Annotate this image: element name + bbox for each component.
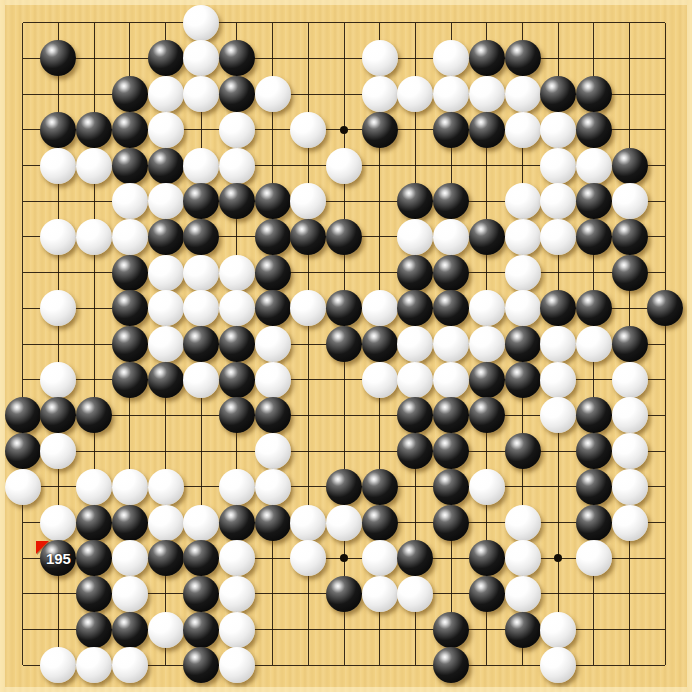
black-stone — [112, 255, 148, 291]
white-stone — [219, 255, 255, 291]
white-stone — [505, 290, 541, 326]
black-stone — [219, 183, 255, 219]
black-stone — [183, 183, 219, 219]
black-stone — [148, 219, 184, 255]
white-stone — [40, 148, 76, 184]
white-stone — [148, 255, 184, 291]
white-stone — [576, 326, 612, 362]
white-stone — [219, 540, 255, 576]
white-stone — [183, 76, 219, 112]
white-stone — [112, 219, 148, 255]
black-stone — [183, 576, 219, 612]
black-stone — [469, 112, 505, 148]
black-stone — [576, 505, 612, 541]
black-stone — [505, 326, 541, 362]
white-stone — [362, 40, 398, 76]
white-stone — [183, 505, 219, 541]
white-stone — [219, 290, 255, 326]
white-stone — [183, 5, 219, 41]
grid-line-horizontal — [23, 451, 666, 452]
white-stone — [540, 148, 576, 184]
white-stone — [183, 290, 219, 326]
white-stone — [540, 112, 576, 148]
white-stone — [148, 469, 184, 505]
black-stone — [40, 40, 76, 76]
white-stone — [505, 540, 541, 576]
white-stone — [540, 219, 576, 255]
black-stone — [112, 76, 148, 112]
white-stone — [397, 362, 433, 398]
black-stone — [576, 397, 612, 433]
black-stone — [505, 362, 541, 398]
white-stone — [40, 647, 76, 683]
black-stone — [5, 433, 41, 469]
black-stone — [433, 433, 469, 469]
white-stone — [433, 219, 469, 255]
white-stone — [183, 40, 219, 76]
black-stone — [183, 219, 219, 255]
white-stone — [505, 576, 541, 612]
black-stone — [469, 576, 505, 612]
black-stone — [326, 576, 362, 612]
white-stone — [290, 505, 326, 541]
white-stone — [76, 148, 112, 184]
white-stone — [76, 647, 112, 683]
white-stone — [112, 183, 148, 219]
white-stone — [469, 76, 505, 112]
white-stone — [362, 362, 398, 398]
black-stone — [255, 397, 291, 433]
white-stone — [612, 505, 648, 541]
black-stone — [433, 112, 469, 148]
white-stone — [255, 76, 291, 112]
white-stone — [219, 112, 255, 148]
black-stone — [326, 326, 362, 362]
white-stone — [255, 326, 291, 362]
black-stone — [433, 290, 469, 326]
black-stone — [362, 326, 398, 362]
black-stone — [576, 112, 612, 148]
black-stone — [433, 397, 469, 433]
white-stone — [433, 76, 469, 112]
black-stone — [397, 433, 433, 469]
white-stone — [255, 433, 291, 469]
white-stone — [612, 469, 648, 505]
white-stone — [362, 576, 398, 612]
white-stone — [397, 326, 433, 362]
white-stone — [469, 326, 505, 362]
black-stone — [397, 183, 433, 219]
white-stone — [612, 397, 648, 433]
white-stone — [612, 362, 648, 398]
black-stone — [219, 362, 255, 398]
black-stone — [183, 612, 219, 648]
black-stone — [576, 469, 612, 505]
white-stone — [183, 362, 219, 398]
black-stone — [148, 362, 184, 398]
black-stone — [76, 576, 112, 612]
black-stone — [40, 112, 76, 148]
white-stone — [219, 647, 255, 683]
white-stone — [5, 469, 41, 505]
black-stone — [397, 397, 433, 433]
black-stone — [112, 148, 148, 184]
black-stone — [505, 433, 541, 469]
white-stone — [112, 469, 148, 505]
white-stone — [362, 540, 398, 576]
black-stone — [433, 469, 469, 505]
white-stone — [433, 362, 469, 398]
black-stone — [469, 40, 505, 76]
black-stone — [433, 183, 469, 219]
black-stone — [576, 219, 612, 255]
black-stone — [112, 362, 148, 398]
black-stone — [219, 326, 255, 362]
white-stone — [576, 148, 612, 184]
white-stone — [397, 576, 433, 612]
black-stone — [433, 612, 469, 648]
white-stone — [326, 505, 362, 541]
black-stone — [40, 397, 76, 433]
grid-line-vertical — [665, 23, 666, 666]
white-stone — [505, 112, 541, 148]
white-stone — [183, 255, 219, 291]
black-stone — [469, 362, 505, 398]
white-stone — [540, 612, 576, 648]
white-stone — [505, 255, 541, 291]
black-stone — [183, 647, 219, 683]
white-stone — [112, 576, 148, 612]
white-stone — [540, 326, 576, 362]
black-stone — [219, 76, 255, 112]
white-stone — [505, 76, 541, 112]
white-stone — [183, 148, 219, 184]
white-stone — [148, 112, 184, 148]
black-stone — [219, 505, 255, 541]
black-stone — [612, 255, 648, 291]
white-stone — [362, 76, 398, 112]
black-stone — [148, 148, 184, 184]
white-stone — [219, 469, 255, 505]
last-move-marker — [36, 541, 49, 554]
white-stone — [255, 469, 291, 505]
black-stone — [255, 290, 291, 326]
white-stone — [40, 290, 76, 326]
black-stone — [326, 219, 362, 255]
white-stone — [148, 76, 184, 112]
black-stone — [612, 219, 648, 255]
black-stone — [112, 612, 148, 648]
white-stone — [397, 219, 433, 255]
black-stone — [255, 219, 291, 255]
white-stone — [40, 362, 76, 398]
white-stone — [612, 433, 648, 469]
black-stone — [112, 505, 148, 541]
white-stone — [148, 183, 184, 219]
white-stone — [148, 290, 184, 326]
black-stone — [112, 290, 148, 326]
black-stone — [540, 76, 576, 112]
black-stone — [612, 326, 648, 362]
white-stone — [290, 540, 326, 576]
white-stone — [433, 326, 469, 362]
star-point — [340, 126, 348, 134]
black-stone — [433, 505, 469, 541]
black-stone — [148, 40, 184, 76]
black-stone — [255, 505, 291, 541]
black-stone — [255, 255, 291, 291]
black-stone — [255, 183, 291, 219]
move-number-label: 195 — [46, 551, 71, 566]
white-stone — [148, 505, 184, 541]
white-stone — [326, 148, 362, 184]
black-stone — [433, 647, 469, 683]
white-stone — [290, 112, 326, 148]
black-stone — [505, 40, 541, 76]
black-stone — [433, 255, 469, 291]
black-stone — [469, 397, 505, 433]
white-stone — [219, 576, 255, 612]
white-stone — [148, 612, 184, 648]
white-stone — [540, 362, 576, 398]
black-stone — [219, 40, 255, 76]
black-stone — [469, 219, 505, 255]
white-stone — [290, 290, 326, 326]
black-stone — [505, 612, 541, 648]
black-stone — [362, 505, 398, 541]
black-stone — [219, 397, 255, 433]
white-stone — [612, 183, 648, 219]
white-stone — [40, 433, 76, 469]
white-stone — [40, 219, 76, 255]
black-stone — [469, 540, 505, 576]
black-stone — [76, 397, 112, 433]
black-stone — [290, 219, 326, 255]
black-stone — [5, 397, 41, 433]
black-stone — [183, 540, 219, 576]
black-stone — [362, 112, 398, 148]
white-stone — [362, 290, 398, 326]
black-stone — [397, 255, 433, 291]
black-stone — [612, 148, 648, 184]
black-stone — [326, 469, 362, 505]
white-stone — [76, 219, 112, 255]
white-stone — [397, 76, 433, 112]
white-stone — [433, 40, 469, 76]
black-stone — [576, 183, 612, 219]
white-stone — [290, 183, 326, 219]
black-stone — [76, 612, 112, 648]
star-point — [554, 554, 562, 562]
white-stone — [540, 397, 576, 433]
black-stone — [362, 469, 398, 505]
black-stone — [540, 290, 576, 326]
white-stone — [148, 326, 184, 362]
white-stone — [112, 647, 148, 683]
black-stone — [76, 540, 112, 576]
white-stone — [505, 183, 541, 219]
black-stone — [76, 505, 112, 541]
black-stone — [397, 540, 433, 576]
black-stone — [576, 290, 612, 326]
go-board[interactable]: 195 — [0, 0, 692, 692]
black-stone — [326, 290, 362, 326]
black-stone — [576, 433, 612, 469]
white-stone — [219, 612, 255, 648]
white-stone — [469, 469, 505, 505]
white-stone — [505, 219, 541, 255]
white-stone — [255, 362, 291, 398]
black-stone — [148, 540, 184, 576]
white-stone — [40, 505, 76, 541]
white-stone — [576, 540, 612, 576]
white-stone — [76, 469, 112, 505]
black-stone — [397, 290, 433, 326]
white-stone — [540, 647, 576, 683]
black-stone — [76, 112, 112, 148]
black-stone — [112, 112, 148, 148]
star-point — [340, 554, 348, 562]
black-stone — [183, 326, 219, 362]
black-stone — [112, 326, 148, 362]
black-stone — [576, 76, 612, 112]
black-stone — [647, 290, 683, 326]
white-stone — [112, 540, 148, 576]
white-stone — [540, 183, 576, 219]
white-stone — [469, 290, 505, 326]
white-stone — [505, 505, 541, 541]
white-stone — [219, 148, 255, 184]
